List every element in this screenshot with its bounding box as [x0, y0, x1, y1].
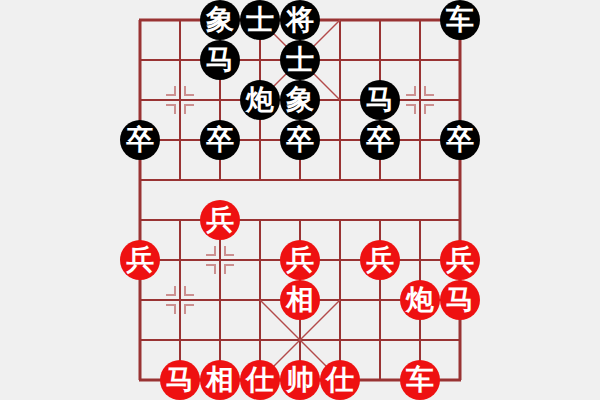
- piece-black-horse[interactable]: 马: [360, 80, 400, 120]
- point-6-6: 兵: [360, 240, 400, 280]
- piece-black-advisor[interactable]: 士: [280, 40, 320, 80]
- point-6-3: 卒: [360, 120, 400, 160]
- point-0-2: [120, 80, 160, 120]
- point-3-8: [240, 320, 280, 360]
- point-1-1: [160, 40, 200, 80]
- point-0-8: [120, 320, 160, 360]
- point-5-3: [320, 120, 360, 160]
- point-2-8: [200, 320, 240, 360]
- point-1-3: [160, 120, 200, 160]
- point-0-5: [120, 200, 160, 240]
- point-5-5: [320, 200, 360, 240]
- point-8-1: [440, 40, 480, 80]
- point-5-0: [320, 0, 360, 40]
- point-3-0: 士: [240, 0, 280, 40]
- point-7-8: [400, 320, 440, 360]
- point-4-5: [280, 200, 320, 240]
- point-6-9: [360, 360, 400, 400]
- point-4-4: [280, 160, 320, 200]
- point-7-6: [400, 240, 440, 280]
- point-2-0: 象: [200, 0, 240, 40]
- point-5-9: 仕: [320, 360, 360, 400]
- point-3-4: [240, 160, 280, 200]
- point-7-3: [400, 120, 440, 160]
- point-8-8: [440, 320, 480, 360]
- point-3-2: 炮: [240, 80, 280, 120]
- point-2-4: [200, 160, 240, 200]
- point-0-4: [120, 160, 160, 200]
- point-0-3: 卒: [120, 120, 160, 160]
- point-6-5: [360, 200, 400, 240]
- point-4-6: 兵: [280, 240, 320, 280]
- point-8-3: 卒: [440, 120, 480, 160]
- piece-black-soldier[interactable]: 卒: [440, 120, 480, 160]
- point-6-2: 马: [360, 80, 400, 120]
- point-1-5: [160, 200, 200, 240]
- point-1-8: [160, 320, 200, 360]
- point-3-6: [240, 240, 280, 280]
- piece-red-soldier[interactable]: 兵: [280, 240, 320, 280]
- piece-red-soldier[interactable]: 兵: [120, 240, 160, 280]
- piece-red-soldier[interactable]: 兵: [200, 200, 240, 240]
- point-4-0: 将: [280, 0, 320, 40]
- piece-black-elephant[interactable]: 象: [280, 80, 320, 120]
- point-5-2: [320, 80, 360, 120]
- point-6-7: [360, 280, 400, 320]
- point-4-2: 象: [280, 80, 320, 120]
- point-4-8: [280, 320, 320, 360]
- point-8-7: 马: [440, 280, 480, 320]
- point-6-1: [360, 40, 400, 80]
- point-8-0: 车: [440, 0, 480, 40]
- piece-black-soldier[interactable]: 卒: [280, 120, 320, 160]
- point-2-9: 相: [200, 360, 240, 400]
- point-1-6: [160, 240, 200, 280]
- point-1-9: 马: [160, 360, 200, 400]
- piece-red-advisor[interactable]: 仕: [240, 360, 280, 400]
- point-0-9: [120, 360, 160, 400]
- point-2-1: 马: [200, 40, 240, 80]
- piece-red-soldier[interactable]: 兵: [360, 240, 400, 280]
- point-8-4: [440, 160, 480, 200]
- piece-red-elephant[interactable]: 相: [200, 360, 240, 400]
- piece-black-soldier[interactable]: 卒: [120, 120, 160, 160]
- point-7-0: [400, 0, 440, 40]
- point-3-7: [240, 280, 280, 320]
- point-2-2: [200, 80, 240, 120]
- point-7-1: [400, 40, 440, 80]
- piece-black-soldier[interactable]: 卒: [200, 120, 240, 160]
- piece-red-soldier[interactable]: 兵: [440, 240, 480, 280]
- point-6-4: [360, 160, 400, 200]
- point-1-4: [160, 160, 200, 200]
- piece-red-horse[interactable]: 马: [440, 280, 480, 320]
- point-7-7: 炮: [400, 280, 440, 320]
- point-0-1: [120, 40, 160, 80]
- point-8-2: [440, 80, 480, 120]
- piece-black-advisor[interactable]: 士: [240, 0, 280, 40]
- point-1-0: [160, 0, 200, 40]
- point-8-9: [440, 360, 480, 400]
- piece-black-horse[interactable]: 马: [200, 40, 240, 80]
- point-3-9: 仕: [240, 360, 280, 400]
- point-8-5: [440, 200, 480, 240]
- xiangqi-board: 象士将车马士炮象马卒卒卒卒卒兵兵兵兵兵相炮马马相仕帅仕车: [0, 0, 600, 400]
- piece-black-chariot[interactable]: 车: [440, 0, 480, 40]
- point-0-6: 兵: [120, 240, 160, 280]
- board-grid: 象士将车马士炮象马卒卒卒卒卒兵兵兵兵兵相炮马马相仕帅仕车: [120, 0, 480, 400]
- point-7-9: 车: [400, 360, 440, 400]
- point-5-4: [320, 160, 360, 200]
- point-8-6: 兵: [440, 240, 480, 280]
- point-2-6: [200, 240, 240, 280]
- point-7-2: [400, 80, 440, 120]
- piece-black-general[interactable]: 将: [280, 0, 320, 40]
- point-5-1: [320, 40, 360, 80]
- point-2-3: 卒: [200, 120, 240, 160]
- piece-red-general[interactable]: 帅: [280, 360, 320, 400]
- point-0-7: [120, 280, 160, 320]
- piece-red-horse[interactable]: 马: [160, 360, 200, 400]
- piece-black-elephant[interactable]: 象: [200, 0, 240, 40]
- point-5-6: [320, 240, 360, 280]
- point-7-4: [400, 160, 440, 200]
- point-7-5: [400, 200, 440, 240]
- point-5-8: [320, 320, 360, 360]
- point-4-7: 相: [280, 280, 320, 320]
- point-6-0: [360, 0, 400, 40]
- point-1-7: [160, 280, 200, 320]
- piece-red-elephant[interactable]: 相: [280, 280, 320, 320]
- point-3-1: [240, 40, 280, 80]
- point-2-7: [200, 280, 240, 320]
- point-3-3: [240, 120, 280, 160]
- point-4-9: 帅: [280, 360, 320, 400]
- piece-black-soldier[interactable]: 卒: [360, 120, 400, 160]
- piece-black-cannon[interactable]: 炮: [240, 80, 280, 120]
- piece-red-chariot[interactable]: 车: [400, 360, 440, 400]
- point-6-8: [360, 320, 400, 360]
- point-1-2: [160, 80, 200, 120]
- point-0-0: [120, 0, 160, 40]
- piece-red-cannon[interactable]: 炮: [400, 280, 440, 320]
- point-5-7: [320, 280, 360, 320]
- point-4-1: 士: [280, 40, 320, 80]
- point-2-5: 兵: [200, 200, 240, 240]
- piece-red-advisor[interactable]: 仕: [320, 360, 360, 400]
- point-4-3: 卒: [280, 120, 320, 160]
- point-3-5: [240, 200, 280, 240]
